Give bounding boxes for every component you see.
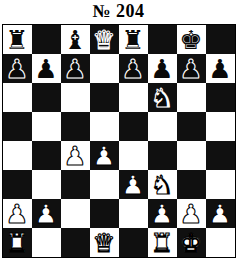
square-a1[interactable]: ♜	[3, 228, 32, 257]
square-d7[interactable]	[90, 54, 119, 83]
square-h4[interactable]	[206, 141, 235, 170]
square-e2[interactable]	[119, 199, 148, 228]
piece-black-pawn: ♟	[63, 56, 86, 82]
square-e7[interactable]: ♟	[119, 54, 148, 83]
square-b5[interactable]	[32, 112, 61, 141]
square-c1[interactable]	[61, 228, 90, 257]
piece-black-queen: ♛	[92, 27, 115, 53]
square-e6[interactable]	[119, 83, 148, 112]
piece-black-pawn: ♟	[121, 56, 144, 82]
square-d4[interactable]: ♟	[90, 141, 119, 170]
square-c2[interactable]	[61, 199, 90, 228]
piece-black-rook: ♜	[5, 27, 28, 53]
square-d2[interactable]	[90, 199, 119, 228]
square-h3[interactable]	[206, 170, 235, 199]
piece-black-pawn: ♟	[208, 56, 231, 82]
square-f3[interactable]: ♞	[148, 170, 177, 199]
square-g4[interactable]	[177, 141, 206, 170]
square-g6[interactable]	[177, 83, 206, 112]
square-f5[interactable]	[148, 112, 177, 141]
square-c3[interactable]	[61, 170, 90, 199]
square-c7[interactable]: ♟	[61, 54, 90, 83]
square-a6[interactable]	[3, 83, 32, 112]
square-f2[interactable]: ♟	[148, 199, 177, 228]
square-f8[interactable]	[148, 25, 177, 54]
square-b8[interactable]	[32, 25, 61, 54]
square-g1[interactable]: ♚	[177, 228, 206, 257]
square-f7[interactable]: ♟	[148, 54, 177, 83]
square-e8[interactable]: ♜	[119, 25, 148, 54]
square-f1[interactable]: ♜	[148, 228, 177, 257]
square-d8[interactable]: ♛	[90, 25, 119, 54]
square-c6[interactable]	[61, 83, 90, 112]
square-b7[interactable]: ♟	[32, 54, 61, 83]
piece-black-knight: ♞	[150, 85, 173, 111]
square-h5[interactable]	[206, 112, 235, 141]
piece-white-pawn: ♟	[34, 201, 57, 227]
square-g2[interactable]: ♟	[177, 199, 206, 228]
piece-white-queen: ♛	[92, 230, 115, 256]
square-a7[interactable]: ♟	[3, 54, 32, 83]
piece-black-king: ♚	[179, 27, 202, 53]
square-a4[interactable]	[3, 141, 32, 170]
square-g7[interactable]: ♟	[177, 54, 206, 83]
piece-white-pawn: ♟	[179, 201, 202, 227]
piece-white-pawn: ♟	[92, 143, 115, 169]
square-a5[interactable]	[3, 112, 32, 141]
square-f4[interactable]	[148, 141, 177, 170]
square-b4[interactable]	[32, 141, 61, 170]
piece-white-king: ♚	[179, 230, 202, 256]
square-e1[interactable]	[119, 228, 148, 257]
piece-black-pawn: ♟	[5, 56, 28, 82]
piece-white-rook: ♜	[150, 230, 173, 256]
piece-black-bishop: ♝	[63, 27, 86, 53]
square-e4[interactable]	[119, 141, 148, 170]
square-e3[interactable]: ♟	[119, 170, 148, 199]
piece-white-pawn: ♟	[208, 201, 231, 227]
square-c5[interactable]	[61, 112, 90, 141]
piece-black-rook: ♜	[121, 27, 144, 53]
square-g3[interactable]	[177, 170, 206, 199]
square-a8[interactable]: ♜	[3, 25, 32, 54]
piece-black-pawn: ♟	[34, 56, 57, 82]
piece-white-rook: ♜	[5, 230, 28, 256]
square-h2[interactable]: ♟	[206, 199, 235, 228]
square-f6[interactable]: ♞	[148, 83, 177, 112]
piece-black-pawn: ♟	[150, 56, 173, 82]
square-e5[interactable]	[119, 112, 148, 141]
square-b6[interactable]	[32, 83, 61, 112]
chess-board: ♜♝♛♜♚♟♟♟♟♟♟♟♞♟♟♟♞♟♟♟♟♟♜♛♜♚	[2, 24, 236, 258]
chess-diagram: № 204 ♜♝♛♜♚♟♟♟♟♟♟♟♞♟♟♟♞♟♟♟♟♟♜♛♜♚	[0, 0, 237, 261]
square-d1[interactable]: ♛	[90, 228, 119, 257]
square-b3[interactable]	[32, 170, 61, 199]
square-h8[interactable]	[206, 25, 235, 54]
square-c4[interactable]: ♟	[61, 141, 90, 170]
square-b2[interactable]: ♟	[32, 199, 61, 228]
piece-white-pawn: ♟	[5, 201, 28, 227]
diagram-title: № 204	[0, 1, 237, 22]
square-a3[interactable]	[3, 170, 32, 199]
square-h6[interactable]	[206, 83, 235, 112]
square-b1[interactable]	[32, 228, 61, 257]
square-d3[interactable]	[90, 170, 119, 199]
piece-white-knight: ♞	[150, 172, 173, 198]
square-g8[interactable]: ♚	[177, 25, 206, 54]
piece-white-pawn: ♟	[121, 172, 144, 198]
piece-white-pawn: ♟	[150, 201, 173, 227]
square-a2[interactable]: ♟	[3, 199, 32, 228]
piece-black-pawn: ♟	[179, 56, 202, 82]
square-d6[interactable]	[90, 83, 119, 112]
square-d5[interactable]	[90, 112, 119, 141]
square-c8[interactable]: ♝	[61, 25, 90, 54]
piece-white-pawn: ♟	[63, 143, 86, 169]
square-h1[interactable]	[206, 228, 235, 257]
square-h7[interactable]: ♟	[206, 54, 235, 83]
square-g5[interactable]	[177, 112, 206, 141]
